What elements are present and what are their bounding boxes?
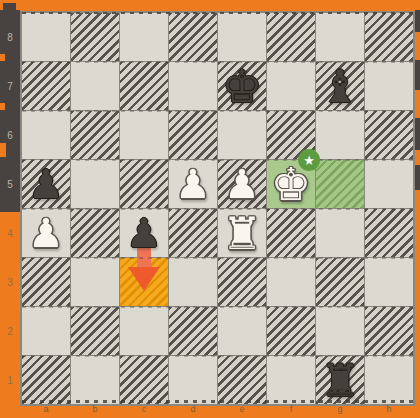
square-g6[interactable]	[316, 111, 364, 159]
white-pawn[interactable]: ♟	[169, 160, 217, 208]
square-c7[interactable]	[120, 62, 168, 110]
square-g5[interactable]	[316, 160, 364, 208]
square-g1[interactable]: ♜	[316, 356, 364, 404]
file-label-e: e	[218, 404, 266, 417]
right-rail-segment	[415, 60, 420, 90]
square-f8[interactable]	[267, 13, 315, 61]
square-b6[interactable]	[71, 111, 119, 159]
square-a1[interactable]	[22, 356, 70, 404]
file-label-a: a	[22, 404, 70, 417]
square-a7[interactable]	[22, 62, 70, 110]
square-b3[interactable]	[71, 258, 119, 306]
file-label-d: d	[169, 404, 217, 417]
square-c4[interactable]: ♟	[120, 209, 168, 257]
right-rail-segment	[415, 10, 420, 32]
square-g8[interactable]	[316, 13, 364, 61]
rank-label-4: 4	[0, 209, 20, 257]
square-h2[interactable]	[365, 307, 413, 355]
square-h3[interactable]	[365, 258, 413, 306]
square-c1[interactable]	[120, 356, 168, 404]
rank-label-5: 5	[0, 160, 20, 208]
right-rail-segment	[415, 118, 420, 150]
square-e7[interactable]: ♚	[218, 62, 266, 110]
left-rail-nub	[3, 3, 16, 11]
square-e4[interactable]: ♜	[218, 209, 266, 257]
square-a3[interactable]	[22, 258, 70, 306]
square-f3[interactable]	[267, 258, 315, 306]
square-e2[interactable]	[218, 307, 266, 355]
square-f4[interactable]	[267, 209, 315, 257]
square-f7[interactable]	[267, 62, 315, 110]
square-b5[interactable]	[71, 160, 119, 208]
black-rook[interactable]: ♜	[316, 356, 364, 404]
square-e3[interactable]	[218, 258, 266, 306]
right-rail	[415, 0, 420, 418]
square-g4[interactable]	[316, 209, 364, 257]
square-e1[interactable]	[218, 356, 266, 404]
file-label-f: f	[267, 404, 315, 417]
white-pawn[interactable]: ♟	[22, 209, 70, 257]
square-d2[interactable]	[169, 307, 217, 355]
file-label-b: b	[71, 404, 119, 417]
square-g7[interactable]: ♝	[316, 62, 364, 110]
square-h5[interactable]	[365, 160, 413, 208]
square-d7[interactable]	[169, 62, 217, 110]
rank-label-6: 6	[0, 111, 20, 159]
square-a5[interactable]: ♟	[22, 160, 70, 208]
square-h6[interactable]	[365, 111, 413, 159]
square-c5[interactable]	[120, 160, 168, 208]
square-c8[interactable]	[120, 13, 168, 61]
white-pawn[interactable]: ♟	[218, 160, 266, 208]
file-label-h: h	[365, 404, 413, 417]
square-d8[interactable]	[169, 13, 217, 61]
square-a6[interactable]	[22, 111, 70, 159]
square-d1[interactable]	[169, 356, 217, 404]
white-rook[interactable]: ♜	[218, 209, 266, 257]
rank-label-1: 1	[0, 356, 20, 404]
rank-label-8: 8	[0, 13, 20, 61]
square-b4[interactable]	[71, 209, 119, 257]
square-a4[interactable]: ♟	[22, 209, 70, 257]
file-label-c: c	[120, 404, 168, 417]
black-pawn[interactable]: ♟	[22, 160, 70, 208]
square-d4[interactable]	[169, 209, 217, 257]
square-g3[interactable]	[316, 258, 364, 306]
best-move-star-icon: ★	[298, 149, 320, 171]
square-e8[interactable]	[218, 13, 266, 61]
chess-board: ♚♝♟♟♟♚★♟♟♜♜	[20, 11, 415, 406]
square-h7[interactable]	[365, 62, 413, 110]
square-h4[interactable]	[365, 209, 413, 257]
square-h8[interactable]	[365, 13, 413, 61]
right-rail-segment	[415, 165, 420, 190]
rank-label-7: 7	[0, 62, 20, 110]
rank-label-2: 2	[0, 307, 20, 355]
black-pawn[interactable]: ♟	[120, 209, 168, 257]
square-c3[interactable]	[120, 258, 168, 306]
square-a8[interactable]	[22, 13, 70, 61]
square-b2[interactable]	[71, 307, 119, 355]
square-b8[interactable]	[71, 13, 119, 61]
black-bishop[interactable]: ♝	[316, 62, 364, 110]
square-h1[interactable]	[365, 356, 413, 404]
square-d3[interactable]	[169, 258, 217, 306]
square-d6[interactable]	[169, 111, 217, 159]
black-king[interactable]: ♚	[218, 62, 266, 110]
square-e5[interactable]: ♟	[218, 160, 266, 208]
square-c6[interactable]	[120, 111, 168, 159]
move-arrow-head	[128, 267, 160, 291]
square-a2[interactable]	[22, 307, 70, 355]
chess-app-frame: ♚♝♟♟♟♚★♟♟♜♜ 87654321 abcdefgh	[0, 0, 420, 418]
square-c2[interactable]	[120, 307, 168, 355]
square-d5[interactable]: ♟	[169, 160, 217, 208]
square-f5[interactable]: ♚★	[267, 160, 315, 208]
square-e6[interactable]	[218, 111, 266, 159]
square-g2[interactable]	[316, 307, 364, 355]
square-f1[interactable]	[267, 356, 315, 404]
square-b1[interactable]	[71, 356, 119, 404]
rank-label-3: 3	[0, 258, 20, 306]
square-f2[interactable]	[267, 307, 315, 355]
square-b7[interactable]	[71, 62, 119, 110]
